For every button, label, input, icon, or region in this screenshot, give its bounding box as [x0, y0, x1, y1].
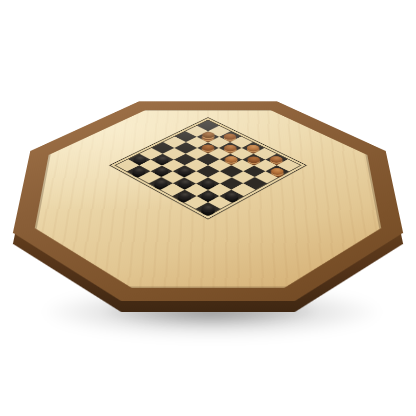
checkerboard: [109, 117, 307, 219]
checkerboard-grid: [115, 120, 302, 217]
checkerboard-frame: [109, 117, 307, 219]
birch-playing-surface: [23, 110, 392, 288]
photo-scene: [0, 0, 416, 416]
black-checker[interactable]: [199, 204, 218, 214]
